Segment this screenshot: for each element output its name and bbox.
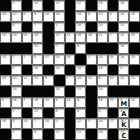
- black-cell-r2c8: [86, 22, 97, 33]
- clue-number: 7: [66, 76, 68, 80]
- cell-r11c8[interactable]: 3: [86, 118, 97, 129]
- clue-number: 16: [120, 44, 124, 48]
- clue-number: 20: [2, 55, 6, 59]
- clue-number: 7: [34, 23, 36, 27]
- black-cell-r11c6: [65, 118, 76, 129]
- black-cell-r0c2: [22, 0, 33, 11]
- cell-r7c3[interactable]: 22: [32, 75, 43, 86]
- clue-number: 7: [56, 44, 58, 48]
- black-cell-r8c4: [43, 86, 54, 97]
- black-cell-r12c6: [65, 129, 76, 140]
- clue-number: 26: [34, 33, 38, 37]
- cell-r3c12[interactable]: 25: [129, 32, 140, 43]
- clue-number: 21: [99, 33, 103, 37]
- clue-number: 16: [56, 12, 60, 16]
- cell-r3c2[interactable]: 15: [22, 32, 33, 43]
- cell-r5c3[interactable]: 8: [32, 54, 43, 65]
- clue-number: 20: [34, 66, 38, 70]
- clue-number: 6: [99, 76, 101, 80]
- black-cell-r2c4: [43, 22, 54, 33]
- clue-number: 25: [131, 12, 135, 16]
- cell-r2c11[interactable]: 23: [118, 22, 129, 33]
- cell-r5c5[interactable]: 14: [54, 54, 65, 65]
- given-letter: A: [119, 111, 128, 117]
- black-cell-r12c12: [129, 129, 140, 140]
- black-cell-r8c10: [108, 86, 119, 97]
- clue-number: 9: [34, 130, 36, 134]
- clue-number: 12: [77, 1, 81, 5]
- cell-r11c3[interactable]: 7: [32, 118, 43, 129]
- clue-number: 13: [56, 1, 60, 5]
- clue-number: 14: [23, 119, 27, 123]
- cell-r11c1[interactable]: 5: [11, 118, 22, 129]
- clue-number: 1: [23, 55, 25, 59]
- clue-number: 4: [88, 12, 90, 16]
- clue-number: 14: [56, 55, 60, 59]
- cell-r0c5[interactable]: 13: [54, 0, 65, 11]
- clue-number: 24: [120, 55, 124, 59]
- cell-r5c8[interactable]: 1: [86, 54, 97, 65]
- cell-r1c9[interactable]: 23: [97, 11, 108, 22]
- black-cell-r4c4: [43, 43, 54, 54]
- cell-r1c11[interactable]: 14: [118, 11, 129, 22]
- cell-r11c0[interactable]: 16: [0, 118, 11, 129]
- clue-number: 12: [23, 76, 27, 80]
- cell-r12c5[interactable]: 12: [54, 129, 65, 140]
- black-cell-r6c10: [108, 65, 119, 76]
- clue-number: 17: [109, 119, 113, 123]
- cell-r8c1[interactable]: 14: [11, 86, 22, 97]
- cell-r11c9[interactable]: 14: [97, 118, 108, 129]
- cell-r6c5[interactable]: 14: [54, 65, 65, 76]
- cell-r8c7[interactable]: 13: [75, 86, 86, 97]
- clue-number: 10: [109, 76, 113, 80]
- cell-r6c11[interactable]: 8: [118, 65, 129, 76]
- cell-r7c12[interactable]: 21: [129, 75, 140, 86]
- black-cell-r4c8: [86, 43, 97, 54]
- clue-number: 2: [12, 66, 14, 70]
- clue-number: 14: [66, 98, 70, 102]
- clue-number: 9: [45, 76, 47, 80]
- clue-number: 7: [109, 33, 111, 37]
- cell-r4c3[interactable]: 13: [32, 43, 43, 54]
- black-cell-r8c8: [86, 86, 97, 97]
- cell-r7c10[interactable]: 10: [108, 75, 119, 86]
- clue-number: 14: [2, 33, 6, 37]
- clue-number: 15: [109, 55, 113, 59]
- cell-r7c8[interactable]: 23: [86, 75, 97, 86]
- clue-number: 13: [34, 44, 38, 48]
- clue-number: 25: [131, 55, 135, 59]
- given-letter: M: [119, 100, 128, 106]
- cell-r3c10[interactable]: 7: [108, 32, 119, 43]
- clue-number: 13: [34, 109, 38, 113]
- black-cell-r12c4: [43, 129, 54, 140]
- clue-number: 26: [77, 33, 81, 37]
- cell-r9c3[interactable]: 26: [32, 97, 43, 108]
- clue-number: 21: [131, 76, 135, 80]
- cell-r4c5[interactable]: 7: [54, 43, 65, 54]
- black-cell-r8c6: [65, 86, 76, 97]
- clue-number: 14: [56, 66, 60, 70]
- cell-r9c5[interactable]: 5: [54, 97, 65, 108]
- clue-number: 8: [34, 55, 36, 59]
- cell-r10c5[interactable]: 6: [54, 108, 65, 119]
- cell-r1c0[interactable]: 20: [0, 11, 11, 22]
- cell-r11c4[interactable]: 14: [43, 118, 54, 129]
- black-cell-r4c12: [129, 43, 140, 54]
- clue-number: 10: [99, 55, 103, 59]
- clue-number: 11: [77, 130, 81, 134]
- clue-number: 1: [56, 23, 58, 27]
- cell-r9c4[interactable]: 14: [43, 97, 54, 108]
- black-cell-r0c10: [108, 0, 119, 11]
- clue-number: 9: [34, 12, 36, 16]
- cell-r5c11[interactable]: 24: [118, 54, 129, 65]
- black-cell-r4c0: [0, 43, 11, 54]
- codeword-board: 3101312251820234924161842351425871261023…: [0, 0, 140, 140]
- cell-r10c1[interactable]: 7: [11, 108, 22, 119]
- clue-number: 23: [120, 23, 124, 27]
- black-cell-r2c0: [0, 22, 11, 33]
- cell-r11c11[interactable]: 26K: [118, 118, 129, 129]
- clue-number: 18: [77, 12, 81, 16]
- clue-number: 2: [131, 119, 133, 123]
- cell-r9c10[interactable]: 23: [108, 97, 119, 108]
- black-cell-r2c10: [108, 22, 119, 33]
- cell-r1c1[interactable]: 23: [11, 11, 22, 22]
- clue-number: 17: [45, 55, 49, 59]
- cell-r11c12[interactable]: 2: [129, 118, 140, 129]
- cell-r2c3[interactable]: 7: [32, 22, 43, 33]
- black-cell-r12c10: [108, 129, 119, 140]
- clue-number: 5: [99, 109, 101, 113]
- clue-number: 16: [2, 76, 6, 80]
- clue-number: 9: [77, 44, 79, 48]
- black-cell-r8c11: [118, 86, 129, 97]
- clue-number: 5: [56, 98, 58, 102]
- cell-r1c10[interactable]: 5: [108, 11, 119, 22]
- cell-r10c7[interactable]: 8: [75, 108, 86, 119]
- cell-r0c3[interactable]: 10: [32, 0, 43, 11]
- cell-r11c7[interactable]: 12: [75, 118, 86, 129]
- clue-number: 23: [99, 12, 103, 16]
- cell-r2c9[interactable]: 10: [97, 22, 108, 33]
- black-cell-r10c4: [43, 108, 54, 119]
- black-cell-r4c6: [65, 43, 76, 54]
- cell-r7c1[interactable]: 20: [11, 75, 22, 86]
- black-cell-r6c2: [22, 65, 33, 76]
- cell-r1c7[interactable]: 18: [75, 11, 86, 22]
- clue-number: 14: [99, 66, 103, 70]
- clue-number: 14: [45, 119, 49, 123]
- cell-r5c10[interactable]: 15: [108, 54, 119, 65]
- clue-number: 18: [77, 66, 81, 70]
- cell-r1c4[interactable]: 24: [43, 11, 54, 22]
- black-cell-r0c6: [65, 0, 76, 11]
- cell-r11c10[interactable]: 17: [108, 118, 119, 129]
- clue-number: 20: [99, 130, 103, 134]
- cell-r3c0[interactable]: 14: [0, 32, 11, 43]
- cell-r0c1[interactable]: 3: [11, 0, 22, 11]
- cell-r7c7[interactable]: 20: [75, 75, 86, 86]
- clue-number: 7: [34, 119, 36, 123]
- given-letter: K: [119, 122, 128, 128]
- cell-r9c11[interactable]: 5M: [118, 97, 129, 108]
- clue-number: 10: [99, 87, 103, 91]
- clue-number: 3: [88, 119, 90, 123]
- clue-number: 18: [120, 1, 124, 5]
- cell-r12c1[interactable]: 7: [11, 129, 22, 140]
- black-cell-r0c4: [43, 0, 54, 11]
- cell-r0c7[interactable]: 12: [75, 0, 86, 11]
- black-cell-r4c9: [97, 43, 108, 54]
- cell-r12c9[interactable]: 20: [97, 129, 108, 140]
- cell-r11c2[interactable]: 14: [22, 118, 33, 129]
- clue-number: 18: [56, 87, 60, 91]
- cell-r3c7[interactable]: 26: [75, 32, 86, 43]
- clue-number: 14: [12, 87, 16, 91]
- cell-r7c9[interactable]: 6: [97, 75, 108, 86]
- cell-r6c1[interactable]: 2: [11, 65, 22, 76]
- cell-r2c7[interactable]: 26: [75, 22, 86, 33]
- cell-r12c3[interactable]: 9: [32, 129, 43, 140]
- black-cell-r12c2: [22, 129, 33, 140]
- black-cell-r4c2: [22, 43, 33, 54]
- cell-r9c12[interactable]: 10: [129, 97, 140, 108]
- black-cell-r5c7: [75, 54, 86, 65]
- clue-number: 26: [77, 23, 81, 27]
- clue-number: 16: [88, 33, 92, 37]
- cell-r10c9[interactable]: 5: [97, 108, 108, 119]
- cell-r3c11[interactable]: 21: [118, 32, 129, 43]
- black-cell-r10c0: [0, 108, 11, 119]
- clue-number: 23: [109, 98, 113, 102]
- cell-r3c3[interactable]: 26: [32, 32, 43, 43]
- black-cell-r0c8: [86, 0, 97, 11]
- cell-r6c7[interactable]: 18: [75, 65, 86, 76]
- clue-number: 26: [34, 98, 38, 102]
- clue-number: 25: [131, 33, 135, 37]
- clue-number: 12: [56, 130, 60, 134]
- cell-r7c2[interactable]: 12: [22, 75, 33, 86]
- cell-r8c9[interactable]: 10: [97, 86, 108, 97]
- black-cell-r3c4: [43, 32, 54, 43]
- black-cell-r12c0: [0, 129, 11, 140]
- clue-number: 25: [99, 1, 103, 5]
- clue-number: 10: [131, 98, 135, 102]
- cell-r5c9[interactable]: 10: [97, 54, 108, 65]
- cell-r4c7[interactable]: 9: [75, 43, 86, 54]
- black-cell-r8c2: [22, 86, 33, 97]
- cell-r2c5[interactable]: 1: [54, 22, 65, 33]
- black-cell-r10c8: [86, 108, 97, 119]
- cell-r5c1[interactable]: 7: [11, 54, 22, 65]
- clue-number: 12: [77, 119, 81, 123]
- clue-number: 1: [88, 55, 90, 59]
- clue-number: 5: [12, 119, 14, 123]
- cell-r10c11[interactable]: 4A: [118, 108, 129, 119]
- cell-r5c0[interactable]: 20: [0, 54, 11, 65]
- cell-r7c6[interactable]: 7: [65, 75, 76, 86]
- clue-number: 5: [109, 12, 111, 16]
- cell-r10c3[interactable]: 13: [32, 108, 43, 119]
- cell-r3c6[interactable]: 21: [65, 32, 76, 43]
- black-cell-r8c3: [32, 86, 43, 97]
- cell-r3c1[interactable]: 20: [11, 32, 22, 43]
- cell-r0c9[interactable]: 25: [97, 0, 108, 11]
- black-cell-r6c6: [65, 65, 76, 76]
- cell-r8c5[interactable]: 18: [54, 86, 65, 97]
- black-cell-r6c8: [86, 65, 97, 76]
- clue-number: 21: [66, 33, 70, 37]
- clue-number: 16: [2, 119, 6, 123]
- cell-r9c6[interactable]: 14: [65, 97, 76, 108]
- clue-number: 4: [23, 12, 25, 16]
- black-cell-r12c8: [86, 129, 97, 140]
- clue-number: 24: [45, 12, 49, 16]
- cell-r12c7[interactable]: 11: [75, 129, 86, 140]
- clue-number: 10: [34, 1, 38, 5]
- cell-r9c9[interactable]: 26: [97, 97, 108, 108]
- clue-number: 23: [88, 76, 92, 80]
- cell-r5c12[interactable]: 25: [129, 54, 140, 65]
- clue-number: 6: [56, 109, 58, 113]
- cell-r3c9[interactable]: 21: [97, 32, 108, 43]
- black-cell-r8c12: [129, 86, 140, 97]
- clue-number: 26: [99, 98, 103, 102]
- cell-r1c12[interactable]: 25: [129, 11, 140, 22]
- cell-r12c11[interactable]: 21C: [118, 129, 129, 140]
- clue-number: 20: [2, 12, 6, 16]
- clue-number: 26: [66, 55, 70, 59]
- cell-r5c6[interactable]: 26: [65, 54, 76, 65]
- black-cell-r4c10: [108, 43, 119, 54]
- clue-number: 15: [23, 33, 27, 37]
- clue-number: 13: [77, 87, 81, 91]
- cell-r3c8[interactable]: 16: [86, 32, 97, 43]
- given-letter: C: [119, 133, 128, 139]
- cell-r5c2[interactable]: 1: [22, 54, 33, 65]
- black-cell-r9c8: [86, 97, 97, 108]
- cell-r3c5[interactable]: 17: [54, 32, 65, 43]
- cell-r9c0[interactable]: 9: [0, 97, 11, 108]
- black-cell-r1c6: [65, 11, 76, 22]
- black-cell-r4c1: [11, 43, 22, 54]
- clue-number: 22: [34, 76, 38, 80]
- cell-r7c11[interactable]: 12: [118, 75, 129, 86]
- black-cell-r2c6: [65, 22, 76, 33]
- clue-number: 14: [45, 98, 49, 102]
- cell-r6c3[interactable]: 20: [32, 65, 43, 76]
- cell-r9c1[interactable]: 26: [11, 97, 22, 108]
- cell-r6c9[interactable]: 14: [97, 65, 108, 76]
- black-cell-r2c12: [129, 22, 140, 33]
- black-cell-r10c12: [129, 108, 140, 119]
- clue-number: 9: [2, 98, 4, 102]
- black-cell-r6c0: [0, 65, 11, 76]
- black-cell-r10c2: [22, 108, 33, 119]
- clue-number: 14: [99, 119, 103, 123]
- cell-r1c8[interactable]: 4: [86, 11, 97, 22]
- clue-number: 20: [12, 76, 16, 80]
- cell-r9c2[interactable]: 7: [22, 97, 33, 108]
- cell-r7c4[interactable]: 9: [43, 75, 54, 86]
- clue-number: 21: [120, 33, 124, 37]
- black-cell-r2c2: [22, 22, 33, 33]
- cell-r2c1[interactable]: 8: [11, 22, 22, 33]
- clue-number: 3: [56, 119, 58, 123]
- black-cell-r7c5: [54, 75, 65, 86]
- clue-number: 20: [77, 76, 81, 80]
- cell-r11c5[interactable]: 3: [54, 118, 65, 129]
- black-cell-r0c12: [129, 0, 140, 11]
- clue-number: 7: [12, 55, 14, 59]
- black-cell-r10c10: [108, 108, 119, 119]
- clue-number: 10: [99, 23, 103, 27]
- cell-r5c4[interactable]: 17: [43, 54, 54, 65]
- clue-number: 12: [120, 76, 124, 80]
- clue-number: 8: [12, 23, 14, 27]
- cell-r1c2[interactable]: 4: [22, 11, 33, 22]
- cell-r1c5[interactable]: 16: [54, 11, 65, 22]
- black-cell-r0c0: [0, 0, 11, 11]
- cell-r4c11[interactable]: 16: [118, 43, 129, 54]
- black-cell-r6c12: [129, 65, 140, 76]
- clue-number: 7: [12, 109, 14, 113]
- clue-number: 14: [120, 12, 124, 16]
- clue-number: 20: [12, 33, 16, 37]
- clue-number: 26: [12, 98, 16, 102]
- clue-number: 8: [77, 109, 79, 113]
- black-cell-r8c0: [0, 86, 11, 97]
- cell-r0c11[interactable]: 18: [118, 0, 129, 11]
- cell-r1c3[interactable]: 9: [32, 11, 43, 22]
- black-cell-r10c6: [65, 108, 76, 119]
- clue-number: 3: [12, 1, 14, 5]
- cell-r9c7[interactable]: 4: [75, 97, 86, 108]
- black-cell-r6c4: [43, 65, 54, 76]
- clue-number: 7: [12, 130, 14, 134]
- clue-number: 17: [56, 33, 60, 37]
- clue-number: 23: [12, 12, 16, 16]
- clue-number: 7: [23, 98, 25, 102]
- cell-r7c0[interactable]: 16: [0, 75, 11, 86]
- clue-number: 8: [120, 66, 122, 70]
- clue-number: 4: [77, 98, 79, 102]
